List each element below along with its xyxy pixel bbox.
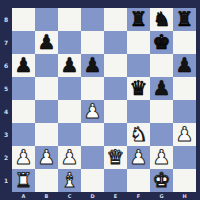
square-a8[interactable] <box>12 8 35 31</box>
square-f6[interactable] <box>127 54 150 77</box>
square-b4[interactable] <box>35 100 58 123</box>
file-label-b: B <box>35 192 58 200</box>
square-b8[interactable] <box>35 8 58 31</box>
piece-white-queen-e2[interactable]: ♛ <box>107 146 125 169</box>
square-d2[interactable] <box>81 146 104 169</box>
square-f7[interactable] <box>127 31 150 54</box>
square-b6[interactable] <box>35 54 58 77</box>
file-label-e: E <box>104 192 127 200</box>
square-h1[interactable] <box>173 169 196 192</box>
piece-black-pawn-a6[interactable]: ♟ <box>15 54 33 77</box>
piece-black-knight-g8[interactable]: ♞ <box>153 8 171 31</box>
piece-white-rook-a1[interactable]: ♜ <box>15 169 33 192</box>
piece-black-king-g7[interactable]: ♚ <box>153 31 171 54</box>
square-a2[interactable]: ♟ <box>12 146 35 169</box>
square-f8[interactable]: ♜ <box>127 8 150 31</box>
rank-label-8: 8 <box>0 8 12 31</box>
square-g8[interactable]: ♞ <box>150 8 173 31</box>
rank-label-6: 6 <box>0 54 12 77</box>
square-g6[interactable] <box>150 54 173 77</box>
square-g7[interactable]: ♚ <box>150 31 173 54</box>
piece-black-rook-h8[interactable]: ♜ <box>176 8 194 31</box>
square-a5[interactable] <box>12 77 35 100</box>
square-d5[interactable] <box>81 77 104 100</box>
file-label-g: G <box>150 192 173 200</box>
rank-label-3: 3 <box>0 123 12 146</box>
square-b1[interactable] <box>35 169 58 192</box>
rank-labels: 87654321 <box>0 8 12 192</box>
square-f2[interactable]: ♟ <box>127 146 150 169</box>
square-d8[interactable] <box>81 8 104 31</box>
rank-label-4: 4 <box>0 100 12 123</box>
square-b2[interactable]: ♟ <box>35 146 58 169</box>
rank-label-7: 7 <box>0 31 12 54</box>
piece-white-pawn-c2[interactable]: ♟ <box>61 146 79 169</box>
square-c4[interactable] <box>58 100 81 123</box>
square-f4[interactable] <box>127 100 150 123</box>
square-d6[interactable]: ♟ <box>81 54 104 77</box>
square-a3[interactable] <box>12 123 35 146</box>
square-h4[interactable] <box>173 100 196 123</box>
piece-white-bishop-c1[interactable]: ♝ <box>61 169 79 192</box>
piece-black-queen-f5[interactable]: ♛ <box>130 77 148 100</box>
square-c5[interactable] <box>58 77 81 100</box>
square-h2[interactable] <box>173 146 196 169</box>
square-e4[interactable] <box>104 100 127 123</box>
file-label-f: F <box>127 192 150 200</box>
file-label-a: A <box>12 192 35 200</box>
file-label-d: D <box>81 192 104 200</box>
square-a6[interactable]: ♟ <box>12 54 35 77</box>
square-a7[interactable] <box>12 31 35 54</box>
piece-black-pawn-c6[interactable]: ♟ <box>61 54 79 77</box>
piece-white-pawn-b2[interactable]: ♟ <box>38 146 56 169</box>
piece-white-king-g1[interactable]: ♚ <box>153 169 171 192</box>
piece-black-rook-f8[interactable]: ♜ <box>130 8 148 31</box>
square-a1[interactable]: ♜ <box>12 169 35 192</box>
square-c2[interactable]: ♟ <box>58 146 81 169</box>
square-g3[interactable] <box>150 123 173 146</box>
square-g2[interactable]: ♟ <box>150 146 173 169</box>
chess-diagram: 87654321 ♜♞♜♟♚♟♟♟♟♛♟♟♞♟♟♟♟♛♟♟♜♝♚ ABCDEFG… <box>0 0 200 200</box>
piece-white-pawn-g2[interactable]: ♟ <box>153 146 171 169</box>
square-d4[interactable]: ♟ <box>81 100 104 123</box>
piece-black-pawn-h6[interactable]: ♟ <box>176 54 194 77</box>
square-f3[interactable]: ♞ <box>127 123 150 146</box>
square-g4[interactable] <box>150 100 173 123</box>
square-e5[interactable] <box>104 77 127 100</box>
square-a4[interactable] <box>12 100 35 123</box>
square-d3[interactable] <box>81 123 104 146</box>
piece-black-pawn-d6[interactable]: ♟ <box>84 54 102 77</box>
square-b5[interactable] <box>35 77 58 100</box>
file-label-c: C <box>58 192 81 200</box>
rank-label-1: 1 <box>0 169 12 192</box>
square-h7[interactable] <box>173 31 196 54</box>
square-g5[interactable]: ♟ <box>150 77 173 100</box>
square-e1[interactable] <box>104 169 127 192</box>
square-f5[interactable]: ♛ <box>127 77 150 100</box>
piece-black-pawn-b7[interactable]: ♟ <box>38 31 56 54</box>
square-h3[interactable]: ♟ <box>173 123 196 146</box>
square-f1[interactable] <box>127 169 150 192</box>
piece-white-pawn-d4[interactable]: ♟ <box>84 100 102 123</box>
square-e8[interactable] <box>104 8 127 31</box>
square-b3[interactable] <box>35 123 58 146</box>
piece-white-pawn-h3[interactable]: ♟ <box>176 123 194 146</box>
chess-board: ♜♞♜♟♚♟♟♟♟♛♟♟♞♟♟♟♟♛♟♟♜♝♚ <box>12 8 196 192</box>
square-c8[interactable] <box>58 8 81 31</box>
square-c7[interactable] <box>58 31 81 54</box>
square-e6[interactable] <box>104 54 127 77</box>
square-e3[interactable] <box>104 123 127 146</box>
square-g1[interactable]: ♚ <box>150 169 173 192</box>
square-e2[interactable]: ♛ <box>104 146 127 169</box>
piece-white-pawn-a2[interactable]: ♟ <box>15 146 33 169</box>
square-c1[interactable]: ♝ <box>58 169 81 192</box>
rank-label-5: 5 <box>0 77 12 100</box>
square-h6[interactable]: ♟ <box>173 54 196 77</box>
square-h8[interactable]: ♜ <box>173 8 196 31</box>
file-label-h: H <box>173 192 196 200</box>
square-c6[interactable]: ♟ <box>58 54 81 77</box>
square-h5[interactable] <box>173 77 196 100</box>
piece-white-knight-f3[interactable]: ♞ <box>130 123 148 146</box>
piece-black-pawn-g5[interactable]: ♟ <box>153 77 171 100</box>
square-c3[interactable] <box>58 123 81 146</box>
square-d1[interactable] <box>81 169 104 192</box>
rank-label-2: 2 <box>0 146 12 169</box>
square-b7[interactable]: ♟ <box>35 31 58 54</box>
square-d7[interactable] <box>81 31 104 54</box>
square-e7[interactable] <box>104 31 127 54</box>
file-labels: ABCDEFGH <box>12 192 196 200</box>
piece-white-pawn-f2[interactable]: ♟ <box>130 146 148 169</box>
